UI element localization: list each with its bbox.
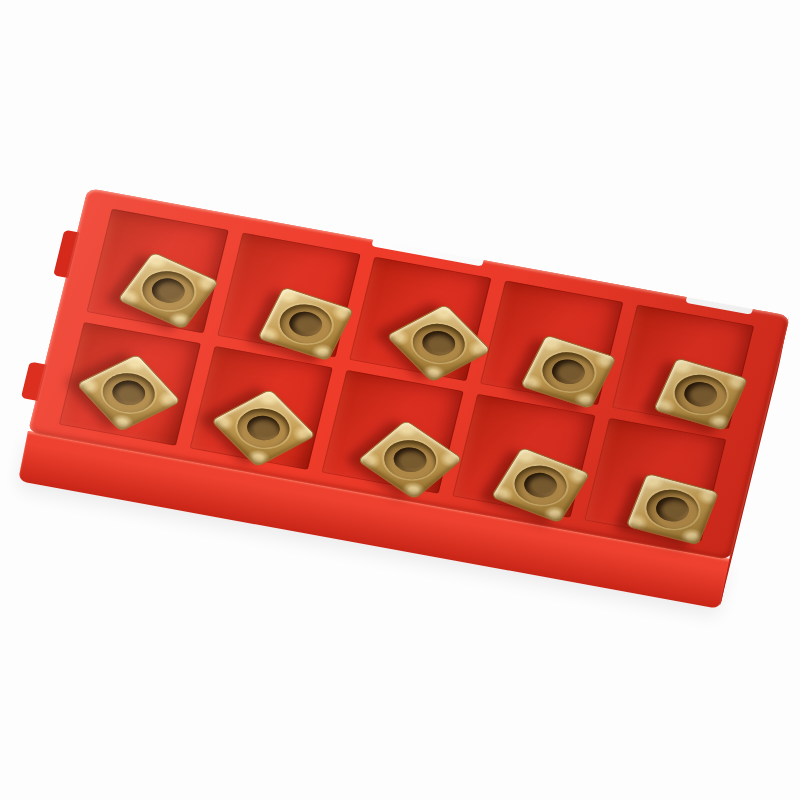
compartment	[190, 346, 333, 470]
compartment	[452, 394, 595, 518]
insert-hole	[388, 442, 433, 476]
latch-tab	[21, 362, 47, 401]
insert-hole	[416, 327, 461, 360]
carbide-insert	[652, 357, 748, 431]
lid-latch-notch	[685, 296, 752, 314]
insert-hole	[520, 469, 562, 501]
compartment	[59, 322, 202, 446]
compartment	[321, 370, 464, 494]
latch-tab	[53, 230, 79, 278]
insert-hole	[652, 493, 691, 524]
insert-countersink	[535, 346, 603, 398]
insert-hole	[147, 274, 190, 307]
carbide-insert	[258, 287, 355, 362]
product-photo	[0, 0, 800, 800]
insert-hole	[107, 376, 151, 409]
insert-countersink	[506, 458, 576, 512]
carbide-insert	[385, 304, 491, 383]
insert-hole	[286, 308, 327, 339]
insert-countersink	[227, 400, 301, 455]
carbide-insert	[117, 252, 220, 330]
insert-hole	[548, 356, 589, 387]
insert-countersink	[639, 483, 705, 534]
compartment	[480, 281, 623, 405]
carbide-insert	[625, 472, 719, 545]
carbide-insert	[211, 388, 317, 467]
carbide-insert	[76, 353, 182, 431]
compartment	[87, 209, 230, 333]
insert-countersink	[132, 263, 204, 318]
compartment	[584, 417, 727, 541]
carbide-insert	[520, 334, 617, 409]
insert-countersink	[92, 365, 166, 420]
insert-hole	[242, 411, 287, 444]
compartment	[218, 233, 361, 357]
insert-hole	[680, 379, 720, 410]
carbide-insert	[491, 446, 591, 523]
insert-countersink	[401, 316, 475, 371]
insert-countersink	[667, 368, 734, 420]
compartment	[612, 304, 755, 428]
insert-countersink	[373, 431, 448, 487]
compartment	[349, 257, 492, 381]
insert-countersink	[272, 298, 340, 350]
carbide-insert	[357, 419, 464, 499]
